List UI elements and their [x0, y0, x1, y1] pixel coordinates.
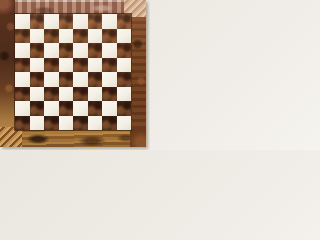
square-e7[interactable]: [73, 29, 88, 44]
square-h6[interactable]: [117, 43, 132, 58]
square-c2[interactable]: [44, 101, 59, 116]
square-b7[interactable]: [30, 29, 45, 44]
square-f2[interactable]: [88, 101, 103, 116]
square-e1[interactable]: [73, 116, 88, 131]
square-a3[interactable]: [15, 87, 30, 102]
square-e4[interactable]: [73, 72, 88, 87]
square-d8[interactable]: [59, 14, 74, 29]
square-c4[interactable]: [44, 72, 59, 87]
square-g1[interactable]: [102, 116, 117, 131]
square-d1[interactable]: [59, 116, 74, 131]
square-h8[interactable]: [117, 14, 132, 29]
square-c5[interactable]: [44, 58, 59, 73]
square-d2[interactable]: [59, 101, 74, 116]
wood-frame-right: [132, 0, 146, 147]
board-grid: [15, 14, 131, 130]
square-c8[interactable]: [44, 14, 59, 29]
square-b3[interactable]: [30, 87, 45, 102]
square-g3[interactable]: [102, 87, 117, 102]
square-a6[interactable]: [15, 43, 30, 58]
square-b5[interactable]: [30, 58, 45, 73]
square-g7[interactable]: [102, 29, 117, 44]
square-h1[interactable]: [117, 116, 132, 131]
square-d7[interactable]: [59, 29, 74, 44]
square-e3[interactable]: [73, 87, 88, 102]
miter-corner-bottom-right: [130, 129, 146, 147]
square-f3[interactable]: [88, 87, 103, 102]
square-e6[interactable]: [73, 43, 88, 58]
square-f1[interactable]: [88, 116, 103, 131]
square-f8[interactable]: [88, 14, 103, 29]
square-a8[interactable]: [15, 14, 30, 29]
square-g4[interactable]: [102, 72, 117, 87]
square-b6[interactable]: [30, 43, 45, 58]
square-e5[interactable]: [73, 58, 88, 73]
square-c3[interactable]: [44, 87, 59, 102]
square-c6[interactable]: [44, 43, 59, 58]
square-h4[interactable]: [117, 72, 132, 87]
square-a2[interactable]: [15, 101, 30, 116]
square-d5[interactable]: [59, 58, 74, 73]
square-h2[interactable]: [117, 101, 132, 116]
square-a1[interactable]: [15, 116, 30, 131]
square-b2[interactable]: [30, 101, 45, 116]
photo-background: { "game": "chess", "scene": "overhead ph…: [0, 0, 150, 150]
square-f4[interactable]: [88, 72, 103, 87]
square-h7[interactable]: [117, 29, 132, 44]
square-g8[interactable]: [102, 14, 117, 29]
square-h5[interactable]: [117, 58, 132, 73]
square-d3[interactable]: [59, 87, 74, 102]
square-g5[interactable]: [102, 58, 117, 73]
square-d6[interactable]: [59, 43, 74, 58]
square-g2[interactable]: [102, 101, 117, 116]
square-g6[interactable]: [102, 43, 117, 58]
miter-corner-top-left: [0, 0, 15, 15]
square-e2[interactable]: [73, 101, 88, 116]
square-b1[interactable]: [30, 116, 45, 131]
square-f6[interactable]: [88, 43, 103, 58]
square-b8[interactable]: [30, 14, 45, 29]
miter-corner-bottom-left: [0, 127, 22, 147]
square-f5[interactable]: [88, 58, 103, 73]
square-c7[interactable]: [44, 29, 59, 44]
square-a7[interactable]: [15, 29, 30, 44]
square-c1[interactable]: [44, 116, 59, 131]
square-d4[interactable]: [59, 72, 74, 87]
square-a4[interactable]: [15, 72, 30, 87]
square-e8[interactable]: [73, 14, 88, 29]
square-f7[interactable]: [88, 29, 103, 44]
square-b4[interactable]: [30, 72, 45, 87]
chess-board: [0, 0, 146, 147]
square-a5[interactable]: [15, 58, 30, 73]
square-h3[interactable]: [117, 87, 132, 102]
wood-frame-left: [0, 0, 15, 147]
